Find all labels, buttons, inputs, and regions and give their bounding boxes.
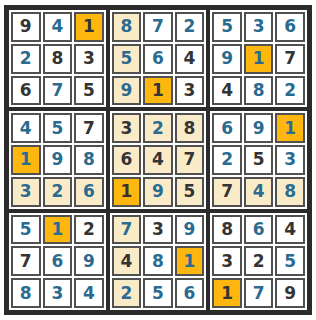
cell-r2c1[interactable]: 2: [11, 44, 41, 74]
cell-r5c6[interactable]: 7: [175, 145, 205, 175]
cell-r8c7[interactable]: 3: [212, 246, 242, 276]
cell-r7c8[interactable]: 6: [244, 215, 274, 245]
cell-r3c8[interactable]: 8: [244, 76, 274, 106]
cell-r9c9[interactable]: 9: [275, 278, 305, 308]
cell-r7c3[interactable]: 2: [74, 215, 104, 245]
cell-r9c1[interactable]: 8: [11, 278, 41, 308]
cell-r4c2[interactable]: 5: [43, 113, 73, 143]
cell-r5c3[interactable]: 8: [74, 145, 104, 175]
cell-r7c1[interactable]: 5: [11, 215, 41, 245]
cell-r1c9[interactable]: 6: [275, 12, 305, 42]
cell-r5c2[interactable]: 9: [43, 145, 73, 175]
cell-r6c8[interactable]: 4: [244, 177, 274, 207]
block-6: 691253748: [208, 109, 309, 210]
cell-r3c4[interactable]: 9: [112, 76, 142, 106]
cell-r4c4[interactable]: 3: [112, 113, 142, 143]
cell-r2c6[interactable]: 4: [175, 44, 205, 74]
cell-r3c1[interactable]: 6: [11, 76, 41, 106]
cell-r9c5[interactable]: 5: [143, 278, 173, 308]
block-9: 864325179: [208, 211, 309, 312]
cell-r8c5[interactable]: 8: [143, 246, 173, 276]
cell-r9c2[interactable]: 3: [43, 278, 73, 308]
cell-r7c4[interactable]: 7: [112, 215, 142, 245]
cell-r8c9[interactable]: 5: [275, 246, 305, 276]
cell-r2c8[interactable]: 1: [244, 44, 274, 74]
cell-r3c7[interactable]: 4: [212, 76, 242, 106]
cell-r2c9[interactable]: 7: [275, 44, 305, 74]
cell-r5c9[interactable]: 3: [275, 145, 305, 175]
cell-r9c4[interactable]: 2: [112, 278, 142, 308]
cell-r3c3[interactable]: 5: [74, 76, 104, 106]
cell-r1c5[interactable]: 7: [143, 12, 173, 42]
cell-r8c2[interactable]: 6: [43, 246, 73, 276]
cell-r5c7[interactable]: 2: [212, 145, 242, 175]
cell-r6c1[interactable]: 3: [11, 177, 41, 207]
cell-r5c4[interactable]: 6: [112, 145, 142, 175]
cell-r1c1[interactable]: 9: [11, 12, 41, 42]
cell-r4c5[interactable]: 2: [143, 113, 173, 143]
cell-r2c3[interactable]: 3: [74, 44, 104, 74]
cell-r8c4[interactable]: 4: [112, 246, 142, 276]
cell-r6c6[interactable]: 5: [175, 177, 205, 207]
cell-r3c5[interactable]: 1: [143, 76, 173, 106]
cell-r1c8[interactable]: 3: [244, 12, 274, 42]
cell-r6c7[interactable]: 7: [212, 177, 242, 207]
cell-r9c7[interactable]: 1: [212, 278, 242, 308]
cell-r6c5[interactable]: 9: [143, 177, 173, 207]
cell-r7c6[interactable]: 9: [175, 215, 205, 245]
cell-r6c9[interactable]: 8: [275, 177, 305, 207]
cell-r7c5[interactable]: 3: [143, 215, 173, 245]
cell-r6c2[interactable]: 2: [43, 177, 73, 207]
cell-r2c2[interactable]: 8: [43, 44, 73, 74]
cell-r2c7[interactable]: 9: [212, 44, 242, 74]
cell-r5c8[interactable]: 5: [244, 145, 274, 175]
block-7: 512769834: [7, 211, 108, 312]
block-5: 328647195: [108, 109, 209, 210]
cell-r7c2[interactable]: 1: [43, 215, 73, 245]
block-8: 739481256: [108, 211, 209, 312]
cell-r4c6[interactable]: 8: [175, 113, 205, 143]
cell-r6c3[interactable]: 6: [74, 177, 104, 207]
cell-r3c6[interactable]: 3: [175, 76, 205, 106]
cell-r3c2[interactable]: 7: [43, 76, 73, 106]
sudoku-board: 9412836758725649135369174824571983263286…: [4, 5, 312, 315]
cell-r1c4[interactable]: 8: [112, 12, 142, 42]
block-2: 872564913: [108, 8, 209, 109]
cell-r7c9[interactable]: 4: [275, 215, 305, 245]
cell-r3c9[interactable]: 2: [275, 76, 305, 106]
cell-r9c8[interactable]: 7: [244, 278, 274, 308]
cell-r8c1[interactable]: 7: [11, 246, 41, 276]
cell-r4c8[interactable]: 9: [244, 113, 274, 143]
cell-r8c8[interactable]: 2: [244, 246, 274, 276]
cell-r8c3[interactable]: 9: [74, 246, 104, 276]
cell-r7c7[interactable]: 8: [212, 215, 242, 245]
cell-r4c3[interactable]: 7: [74, 113, 104, 143]
cell-r2c5[interactable]: 6: [143, 44, 173, 74]
cell-r1c3[interactable]: 1: [74, 12, 104, 42]
cell-r1c6[interactable]: 2: [175, 12, 205, 42]
cell-r5c5[interactable]: 4: [143, 145, 173, 175]
cell-r2c4[interactable]: 5: [112, 44, 142, 74]
block-3: 536917482: [208, 8, 309, 109]
cell-r5c1[interactable]: 1: [11, 145, 41, 175]
cell-r1c7[interactable]: 5: [212, 12, 242, 42]
cell-r4c1[interactable]: 4: [11, 113, 41, 143]
cell-r4c7[interactable]: 6: [212, 113, 242, 143]
cell-r9c6[interactable]: 6: [175, 278, 205, 308]
block-1: 941283675: [7, 8, 108, 109]
cell-r9c3[interactable]: 4: [74, 278, 104, 308]
cell-r4c9[interactable]: 1: [275, 113, 305, 143]
cell-r1c2[interactable]: 4: [43, 12, 73, 42]
cell-r8c6[interactable]: 1: [175, 246, 205, 276]
cell-r6c4[interactable]: 1: [112, 177, 142, 207]
block-4: 457198326: [7, 109, 108, 210]
